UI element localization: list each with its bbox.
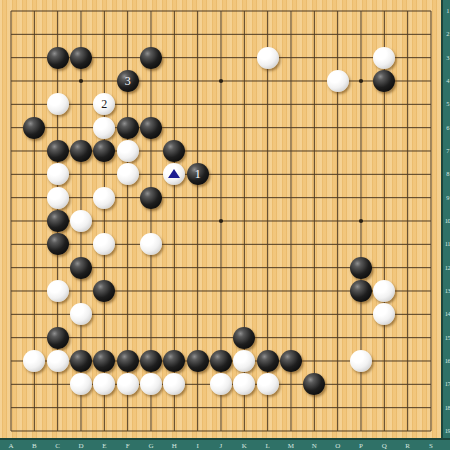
intersection-L3[interactable]: [256, 46, 279, 69]
intersection-A16[interactable]: [0, 349, 23, 372]
intersection-G7[interactable]: [139, 139, 162, 162]
intersection-F11[interactable]: [116, 233, 139, 256]
intersection-O4[interactable]: [326, 69, 349, 92]
white-stone[interactable]: [47, 350, 69, 372]
intersection-G5[interactable]: [139, 93, 162, 116]
intersection-M3[interactable]: [279, 46, 302, 69]
intersection-D8[interactable]: [69, 163, 92, 186]
intersection-A6[interactable]: [0, 116, 23, 139]
intersection-B7[interactable]: [23, 139, 46, 162]
intersection-K2[interactable]: [233, 23, 256, 46]
intersection-M6[interactable]: [279, 116, 302, 139]
intersection-O19[interactable]: [326, 419, 349, 438]
intersection-I4[interactable]: [186, 69, 209, 92]
black-stone[interactable]: [350, 257, 372, 279]
intersection-C8[interactable]: [46, 163, 69, 186]
intersection-D11[interactable]: [69, 233, 92, 256]
intersection-P5[interactable]: [349, 93, 372, 116]
intersection-O18[interactable]: [326, 396, 349, 419]
intersection-R9[interactable]: [396, 186, 419, 209]
intersection-H18[interactable]: [163, 396, 186, 419]
intersection-S19[interactable]: [419, 419, 441, 438]
intersection-K10[interactable]: [233, 209, 256, 232]
intersection-S12[interactable]: [419, 256, 441, 279]
intersection-I11[interactable]: [186, 233, 209, 256]
intersection-C3[interactable]: [46, 46, 69, 69]
intersection-K6[interactable]: [233, 116, 256, 139]
intersection-M18[interactable]: [279, 396, 302, 419]
intersection-S18[interactable]: [419, 396, 441, 419]
intersection-G16[interactable]: [139, 349, 162, 372]
intersection-I16[interactable]: [186, 349, 209, 372]
intersection-C12[interactable]: [46, 256, 69, 279]
intersection-N19[interactable]: [303, 419, 326, 438]
intersection-H7[interactable]: [163, 139, 186, 162]
intersection-N16[interactable]: [303, 349, 326, 372]
intersection-A10[interactable]: [0, 209, 23, 232]
intersection-H2[interactable]: [163, 23, 186, 46]
intersection-G2[interactable]: [139, 23, 162, 46]
black-stone[interactable]: [140, 117, 162, 139]
intersection-R6[interactable]: [396, 116, 419, 139]
intersection-M12[interactable]: [279, 256, 302, 279]
intersection-E16[interactable]: [93, 349, 116, 372]
intersection-G4[interactable]: [139, 69, 162, 92]
intersection-F14[interactable]: [116, 303, 139, 326]
intersection-K12[interactable]: [233, 256, 256, 279]
intersection-K3[interactable]: [233, 46, 256, 69]
intersection-O5[interactable]: [326, 93, 349, 116]
intersection-N10[interactable]: [303, 209, 326, 232]
black-stone[interactable]: [93, 140, 115, 162]
intersection-D17[interactable]: [69, 373, 92, 396]
intersection-F5[interactable]: [116, 93, 139, 116]
intersection-N8[interactable]: [303, 163, 326, 186]
intersection-K14[interactable]: [233, 303, 256, 326]
intersection-O12[interactable]: [326, 256, 349, 279]
intersection-J10[interactable]: [209, 209, 232, 232]
black-stone[interactable]: [23, 117, 45, 139]
intersection-D9[interactable]: [69, 186, 92, 209]
white-stone[interactable]: [117, 140, 139, 162]
white-stone[interactable]: [210, 373, 232, 395]
black-stone[interactable]: [233, 327, 255, 349]
intersection-O8[interactable]: [326, 163, 349, 186]
intersection-G14[interactable]: [139, 303, 162, 326]
intersection-H5[interactable]: [163, 93, 186, 116]
intersection-S6[interactable]: [419, 116, 441, 139]
intersection-M2[interactable]: [279, 23, 302, 46]
intersection-N9[interactable]: [303, 186, 326, 209]
intersection-O2[interactable]: [326, 23, 349, 46]
intersection-H16[interactable]: [163, 349, 186, 372]
intersection-O13[interactable]: [326, 279, 349, 302]
intersection-O16[interactable]: [326, 349, 349, 372]
intersection-B12[interactable]: [23, 256, 46, 279]
intersection-Q16[interactable]: [373, 349, 396, 372]
intersection-Q15[interactable]: [373, 326, 396, 349]
intersection-O17[interactable]: [326, 373, 349, 396]
white-stone[interactable]: [23, 350, 45, 372]
black-stone[interactable]: [47, 47, 69, 69]
intersection-N15[interactable]: [303, 326, 326, 349]
intersection-B8[interactable]: [23, 163, 46, 186]
black-stone[interactable]: [117, 350, 139, 372]
intersection-R16[interactable]: [396, 349, 419, 372]
white-stone[interactable]: [47, 187, 69, 209]
intersection-N13[interactable]: [303, 279, 326, 302]
intersection-L17[interactable]: [256, 373, 279, 396]
intersection-S16[interactable]: [419, 349, 441, 372]
intersection-Q3[interactable]: [373, 46, 396, 69]
intersection-L2[interactable]: [256, 23, 279, 46]
intersection-B11[interactable]: [23, 233, 46, 256]
intersection-J12[interactable]: [209, 256, 232, 279]
intersection-C13[interactable]: [46, 279, 69, 302]
white-stone[interactable]: [163, 163, 185, 185]
intersection-N6[interactable]: [303, 116, 326, 139]
intersection-M7[interactable]: [279, 139, 302, 162]
intersection-G8[interactable]: [139, 163, 162, 186]
intersection-M10[interactable]: [279, 209, 302, 232]
intersection-D18[interactable]: [69, 396, 92, 419]
intersection-M13[interactable]: [279, 279, 302, 302]
white-stone[interactable]: [117, 373, 139, 395]
intersection-B13[interactable]: [23, 279, 46, 302]
intersection-P19[interactable]: [349, 419, 372, 438]
intersection-O9[interactable]: [326, 186, 349, 209]
intersection-S4[interactable]: [419, 69, 441, 92]
white-stone[interactable]: [93, 373, 115, 395]
white-stone[interactable]: 2: [93, 93, 115, 115]
intersection-L12[interactable]: [256, 256, 279, 279]
intersection-F13[interactable]: [116, 279, 139, 302]
intersection-L11[interactable]: [256, 233, 279, 256]
intersection-P10[interactable]: [349, 209, 372, 232]
intersection-R12[interactable]: [396, 256, 419, 279]
intersection-L8[interactable]: [256, 163, 279, 186]
intersection-N4[interactable]: [303, 69, 326, 92]
intersection-P2[interactable]: [349, 23, 372, 46]
intersection-K9[interactable]: [233, 186, 256, 209]
white-stone[interactable]: [70, 210, 92, 232]
intersection-A17[interactable]: [0, 373, 23, 396]
intersection-R13[interactable]: [396, 279, 419, 302]
intersection-A18[interactable]: [0, 396, 23, 419]
intersection-A2[interactable]: [0, 23, 23, 46]
intersection-M9[interactable]: [279, 186, 302, 209]
intersection-K4[interactable]: [233, 69, 256, 92]
intersection-J5[interactable]: [209, 93, 232, 116]
intersection-M14[interactable]: [279, 303, 302, 326]
intersection-M5[interactable]: [279, 93, 302, 116]
intersection-R3[interactable]: [396, 46, 419, 69]
intersection-M16[interactable]: [279, 349, 302, 372]
intersection-F2[interactable]: [116, 23, 139, 46]
intersection-G11[interactable]: [139, 233, 162, 256]
intersection-Q2[interactable]: [373, 23, 396, 46]
white-stone[interactable]: [93, 187, 115, 209]
intersection-B19[interactable]: [23, 419, 46, 438]
intersection-I8[interactable]: 1: [186, 163, 209, 186]
intersection-H4[interactable]: [163, 69, 186, 92]
intersection-Q14[interactable]: [373, 303, 396, 326]
intersection-S15[interactable]: [419, 326, 441, 349]
intersection-P3[interactable]: [349, 46, 372, 69]
intersection-A7[interactable]: [0, 139, 23, 162]
intersection-G1[interactable]: [139, 0, 162, 23]
intersection-A13[interactable]: [0, 279, 23, 302]
intersection-D10[interactable]: [69, 209, 92, 232]
intersection-S17[interactable]: [419, 373, 441, 396]
intersection-D1[interactable]: [69, 0, 92, 23]
intersection-N17[interactable]: [303, 373, 326, 396]
intersection-H17[interactable]: [163, 373, 186, 396]
intersection-G15[interactable]: [139, 326, 162, 349]
intersection-E7[interactable]: [93, 139, 116, 162]
intersection-Q18[interactable]: [373, 396, 396, 419]
intersection-I1[interactable]: [186, 0, 209, 23]
intersection-F19[interactable]: [116, 419, 139, 438]
intersection-P13[interactable]: [349, 279, 372, 302]
intersection-K7[interactable]: [233, 139, 256, 162]
intersection-I14[interactable]: [186, 303, 209, 326]
intersection-D16[interactable]: [69, 349, 92, 372]
black-stone[interactable]: [303, 373, 325, 395]
intersection-L5[interactable]: [256, 93, 279, 116]
intersection-F7[interactable]: [116, 139, 139, 162]
intersection-D12[interactable]: [69, 256, 92, 279]
intersection-S14[interactable]: [419, 303, 441, 326]
black-stone[interactable]: 1: [187, 163, 209, 185]
intersection-H3[interactable]: [163, 46, 186, 69]
intersection-D14[interactable]: [69, 303, 92, 326]
intersection-J8[interactable]: [209, 163, 232, 186]
intersection-J7[interactable]: [209, 139, 232, 162]
intersection-N7[interactable]: [303, 139, 326, 162]
intersection-L1[interactable]: [256, 0, 279, 23]
white-stone[interactable]: [140, 233, 162, 255]
intersection-O7[interactable]: [326, 139, 349, 162]
intersection-K19[interactable]: [233, 419, 256, 438]
black-stone[interactable]: [140, 187, 162, 209]
black-stone[interactable]: [70, 140, 92, 162]
intersection-S5[interactable]: [419, 93, 441, 116]
black-stone[interactable]: [47, 327, 69, 349]
intersection-I12[interactable]: [186, 256, 209, 279]
intersection-J3[interactable]: [209, 46, 232, 69]
intersection-N14[interactable]: [303, 303, 326, 326]
intersection-A1[interactable]: [0, 0, 23, 23]
intersection-F9[interactable]: [116, 186, 139, 209]
intersection-H8[interactable]: [163, 163, 186, 186]
intersection-M8[interactable]: [279, 163, 302, 186]
intersection-K16[interactable]: [233, 349, 256, 372]
intersection-E1[interactable]: [93, 0, 116, 23]
intersection-G10[interactable]: [139, 209, 162, 232]
intersection-I6[interactable]: [186, 116, 209, 139]
intersection-H11[interactable]: [163, 233, 186, 256]
black-stone[interactable]: [93, 350, 115, 372]
black-stone[interactable]: [70, 47, 92, 69]
black-stone[interactable]: [140, 47, 162, 69]
intersection-I13[interactable]: [186, 279, 209, 302]
intersection-Q1[interactable]: [373, 0, 396, 23]
intersection-E14[interactable]: [93, 303, 116, 326]
intersection-M1[interactable]: [279, 0, 302, 23]
intersection-O10[interactable]: [326, 209, 349, 232]
intersection-F15[interactable]: [116, 326, 139, 349]
intersection-M17[interactable]: [279, 373, 302, 396]
intersection-D2[interactable]: [69, 23, 92, 46]
intersection-C5[interactable]: [46, 93, 69, 116]
intersection-G3[interactable]: [139, 46, 162, 69]
intersection-A9[interactable]: [0, 186, 23, 209]
intersection-K8[interactable]: [233, 163, 256, 186]
intersection-H10[interactable]: [163, 209, 186, 232]
intersection-A19[interactable]: [0, 419, 23, 438]
intersection-L13[interactable]: [256, 279, 279, 302]
black-stone[interactable]: [93, 280, 115, 302]
intersection-R19[interactable]: [396, 419, 419, 438]
intersection-E12[interactable]: [93, 256, 116, 279]
intersection-F4[interactable]: 3: [116, 69, 139, 92]
intersection-B6[interactable]: [23, 116, 46, 139]
black-stone[interactable]: [47, 210, 69, 232]
white-stone[interactable]: [47, 280, 69, 302]
intersection-E11[interactable]: [93, 233, 116, 256]
black-stone[interactable]: [70, 350, 92, 372]
intersection-D13[interactable]: [69, 279, 92, 302]
intersection-K1[interactable]: [233, 0, 256, 23]
intersection-L10[interactable]: [256, 209, 279, 232]
intersection-Q12[interactable]: [373, 256, 396, 279]
intersection-I9[interactable]: [186, 186, 209, 209]
intersection-Q17[interactable]: [373, 373, 396, 396]
intersection-C11[interactable]: [46, 233, 69, 256]
black-stone[interactable]: [117, 117, 139, 139]
intersection-L16[interactable]: [256, 349, 279, 372]
intersection-B3[interactable]: [23, 46, 46, 69]
intersection-K17[interactable]: [233, 373, 256, 396]
intersection-A8[interactable]: [0, 163, 23, 186]
intersection-R10[interactable]: [396, 209, 419, 232]
intersection-F16[interactable]: [116, 349, 139, 372]
intersection-K11[interactable]: [233, 233, 256, 256]
intersection-R17[interactable]: [396, 373, 419, 396]
intersection-N1[interactable]: [303, 0, 326, 23]
intersection-P12[interactable]: [349, 256, 372, 279]
black-stone[interactable]: [373, 70, 395, 92]
intersection-J16[interactable]: [209, 349, 232, 372]
intersection-J2[interactable]: [209, 23, 232, 46]
white-stone[interactable]: [257, 47, 279, 69]
intersection-H9[interactable]: [163, 186, 186, 209]
white-stone[interactable]: [327, 70, 349, 92]
intersection-G17[interactable]: [139, 373, 162, 396]
intersection-R11[interactable]: [396, 233, 419, 256]
black-stone[interactable]: [163, 350, 185, 372]
intersection-C7[interactable]: [46, 139, 69, 162]
black-stone[interactable]: [187, 350, 209, 372]
intersection-E2[interactable]: [93, 23, 116, 46]
intersection-M11[interactable]: [279, 233, 302, 256]
intersection-P18[interactable]: [349, 396, 372, 419]
intersection-N3[interactable]: [303, 46, 326, 69]
intersection-P9[interactable]: [349, 186, 372, 209]
intersection-C18[interactable]: [46, 396, 69, 419]
white-stone[interactable]: [47, 93, 69, 115]
intersection-C19[interactable]: [46, 419, 69, 438]
intersection-B14[interactable]: [23, 303, 46, 326]
intersection-Q7[interactable]: [373, 139, 396, 162]
intersection-D3[interactable]: [69, 46, 92, 69]
intersection-C10[interactable]: [46, 209, 69, 232]
intersection-B10[interactable]: [23, 209, 46, 232]
intersection-H13[interactable]: [163, 279, 186, 302]
intersection-C14[interactable]: [46, 303, 69, 326]
intersection-R14[interactable]: [396, 303, 419, 326]
white-stone[interactable]: [93, 233, 115, 255]
intersection-L7[interactable]: [256, 139, 279, 162]
intersection-I3[interactable]: [186, 46, 209, 69]
intersection-C1[interactable]: [46, 0, 69, 23]
intersection-E3[interactable]: [93, 46, 116, 69]
white-stone[interactable]: [233, 350, 255, 372]
intersection-E10[interactable]: [93, 209, 116, 232]
intersection-S10[interactable]: [419, 209, 441, 232]
intersection-P14[interactable]: [349, 303, 372, 326]
intersection-I2[interactable]: [186, 23, 209, 46]
intersection-B16[interactable]: [23, 349, 46, 372]
black-stone[interactable]: [163, 140, 185, 162]
intersection-P4[interactable]: [349, 69, 372, 92]
intersection-G18[interactable]: [139, 396, 162, 419]
intersection-J9[interactable]: [209, 186, 232, 209]
intersection-K18[interactable]: [233, 396, 256, 419]
intersection-E4[interactable]: [93, 69, 116, 92]
intersection-J1[interactable]: [209, 0, 232, 23]
intersection-N11[interactable]: [303, 233, 326, 256]
intersection-E18[interactable]: [93, 396, 116, 419]
intersection-N18[interactable]: [303, 396, 326, 419]
intersection-J15[interactable]: [209, 326, 232, 349]
intersection-A11[interactable]: [0, 233, 23, 256]
intersection-E17[interactable]: [93, 373, 116, 396]
intersection-O11[interactable]: [326, 233, 349, 256]
intersection-O15[interactable]: [326, 326, 349, 349]
intersection-I5[interactable]: [186, 93, 209, 116]
intersection-A14[interactable]: [0, 303, 23, 326]
intersection-M15[interactable]: [279, 326, 302, 349]
intersection-R8[interactable]: [396, 163, 419, 186]
white-stone[interactable]: [373, 303, 395, 325]
intersection-D15[interactable]: [69, 326, 92, 349]
intersection-I19[interactable]: [186, 419, 209, 438]
intersection-R15[interactable]: [396, 326, 419, 349]
intersection-I17[interactable]: [186, 373, 209, 396]
intersection-B2[interactable]: [23, 23, 46, 46]
intersection-J18[interactable]: [209, 396, 232, 419]
intersection-L9[interactable]: [256, 186, 279, 209]
intersection-P1[interactable]: [349, 0, 372, 23]
intersection-L15[interactable]: [256, 326, 279, 349]
intersection-I18[interactable]: [186, 396, 209, 419]
intersection-I7[interactable]: [186, 139, 209, 162]
intersection-B5[interactable]: [23, 93, 46, 116]
intersection-O3[interactable]: [326, 46, 349, 69]
intersection-A3[interactable]: [0, 46, 23, 69]
